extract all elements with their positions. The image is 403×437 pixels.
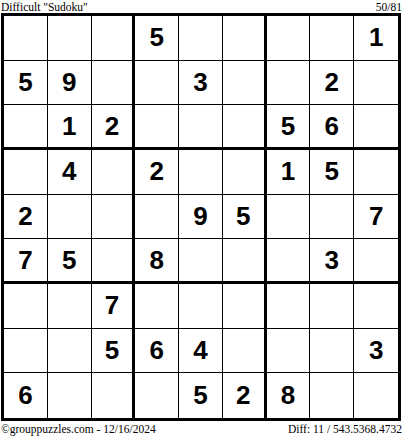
cell-r9c5: 5 [179, 373, 223, 418]
cell-r1c8 [310, 16, 354, 61]
cell-r8c8 [310, 329, 354, 374]
copyright-date: ©grouppuzzles.com - 12/16/2024 [1, 423, 156, 436]
cell-r9c2 [48, 373, 92, 418]
cell-r3c1 [4, 105, 48, 150]
cell-r1c4: 5 [135, 16, 179, 61]
cell-r4c9 [354, 150, 398, 195]
cell-r5c7 [267, 195, 311, 240]
cell-r4c4: 2 [135, 150, 179, 195]
cell-r7c7 [267, 284, 311, 329]
cell-r6c9 [354, 239, 398, 284]
cell-r6c3 [92, 239, 136, 284]
cell-r6c2: 5 [48, 239, 92, 284]
cell-r5c5: 9 [179, 195, 223, 240]
footer: ©grouppuzzles.com - 12/16/2024 Diff: 11 … [0, 421, 403, 436]
cell-r4c5 [179, 150, 223, 195]
cell-r1c2 [48, 16, 92, 61]
cell-r4c7: 1 [267, 150, 311, 195]
cell-r8c7 [267, 329, 311, 374]
cell-r4c2: 4 [48, 150, 92, 195]
cell-r6c7 [267, 239, 311, 284]
cell-r4c8: 5 [310, 150, 354, 195]
difficulty-rating: Diff: 11 / 543.5368.4732 [288, 423, 402, 436]
cell-r7c3: 7 [92, 284, 136, 329]
sudoku-board: 5 1 5 9 3 2 1 2 5 6 4 2 1 5 2 [1, 13, 401, 421]
cell-r1c5 [179, 16, 223, 61]
cell-r6c8: 3 [310, 239, 354, 284]
cell-r3c5 [179, 105, 223, 150]
cell-r7c8 [310, 284, 354, 329]
cell-r3c6 [223, 105, 267, 150]
cell-r9c3 [92, 373, 136, 418]
cell-r5c4 [135, 195, 179, 240]
cell-r1c1 [4, 16, 48, 61]
cell-r8c2 [48, 329, 92, 374]
cell-r7c9 [354, 284, 398, 329]
cell-r1c9: 1 [354, 16, 398, 61]
puzzle-title: Difficult "Sudoku" [1, 1, 88, 13]
cell-r6c6 [223, 239, 267, 284]
cell-r7c5 [179, 284, 223, 329]
cell-r9c7: 8 [267, 373, 311, 418]
cell-r2c1: 5 [4, 61, 48, 106]
cell-r5c2 [48, 195, 92, 240]
cell-r2c2: 9 [48, 61, 92, 106]
cell-r2c6 [223, 61, 267, 106]
cell-r7c1 [4, 284, 48, 329]
cell-r5c6: 5 [223, 195, 267, 240]
header: Difficult "Sudoku" 50/81 [0, 0, 403, 13]
cell-r2c7 [267, 61, 311, 106]
cell-r6c4: 8 [135, 239, 179, 284]
cell-r4c3 [92, 150, 136, 195]
cell-r5c8 [310, 195, 354, 240]
progress-counter: 50/81 [376, 1, 402, 13]
cell-r3c7: 5 [267, 105, 311, 150]
cell-r5c9: 7 [354, 195, 398, 240]
cell-r2c9 [354, 61, 398, 106]
cell-r4c6 [223, 150, 267, 195]
cell-r2c5: 3 [179, 61, 223, 106]
cell-r2c8: 2 [310, 61, 354, 106]
cell-r5c3 [92, 195, 136, 240]
cell-r2c3 [92, 61, 136, 106]
cell-r7c2 [48, 284, 92, 329]
cell-r2c4 [135, 61, 179, 106]
cell-r3c2: 1 [48, 105, 92, 150]
cell-r6c5 [179, 239, 223, 284]
cell-r3c3: 2 [92, 105, 136, 150]
cell-r1c6 [223, 16, 267, 61]
cell-r7c6 [223, 284, 267, 329]
cell-r4c1 [4, 150, 48, 195]
cell-r7c4 [135, 284, 179, 329]
cell-r3c9 [354, 105, 398, 150]
cell-r8c1 [4, 329, 48, 374]
cell-r1c7 [267, 16, 311, 61]
cell-r8c6 [223, 329, 267, 374]
cell-r8c4: 6 [135, 329, 179, 374]
cell-r5c1: 2 [4, 195, 48, 240]
cell-r1c3 [92, 16, 136, 61]
cell-r3c4 [135, 105, 179, 150]
cell-r8c3: 5 [92, 329, 136, 374]
cell-r6c1: 7 [4, 239, 48, 284]
cell-r9c8 [310, 373, 354, 418]
cell-r9c1: 6 [4, 373, 48, 418]
cell-r3c8: 6 [310, 105, 354, 150]
puzzle-page: Difficult "Sudoku" 50/81 5 1 5 9 3 2 1 2… [0, 0, 403, 437]
cell-r9c4 [135, 373, 179, 418]
cell-r9c9 [354, 373, 398, 418]
cell-r8c9: 3 [354, 329, 398, 374]
cell-r8c5: 4 [179, 329, 223, 374]
cell-r9c6: 2 [223, 373, 267, 418]
